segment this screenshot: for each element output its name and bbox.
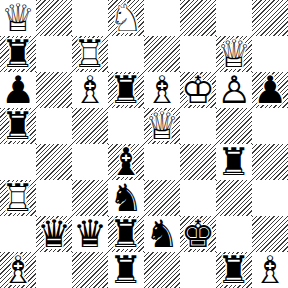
- square-b1[interactable]: [36, 252, 72, 288]
- piece-white-bishop[interactable]: ♗: [144, 72, 180, 108]
- square-g1[interactable]: ♜♜: [216, 252, 252, 288]
- square-a5[interactable]: ♜♜: [0, 108, 36, 144]
- square-c7[interactable]: ♜♖: [72, 36, 108, 72]
- square-e2[interactable]: ♞♞: [144, 216, 180, 252]
- square-d1[interactable]: ♜♜: [108, 252, 144, 288]
- square-h2[interactable]: [252, 216, 288, 252]
- square-b3[interactable]: [36, 180, 72, 216]
- piece-black-knight[interactable]: ♞: [108, 180, 144, 216]
- square-a4[interactable]: [0, 144, 36, 180]
- piece-black-rook[interactable]: ♜: [108, 216, 144, 252]
- piece-black-queen[interactable]: ♛: [72, 216, 108, 252]
- piece-white-knight[interactable]: ♘: [108, 0, 144, 36]
- square-f3[interactable]: [180, 180, 216, 216]
- piece-black-rook[interactable]: ♜: [216, 144, 252, 180]
- square-b7[interactable]: [36, 36, 72, 72]
- square-c8[interactable]: [72, 0, 108, 36]
- square-g2[interactable]: [216, 216, 252, 252]
- square-b5[interactable]: [36, 108, 72, 144]
- square-f5[interactable]: [180, 108, 216, 144]
- square-e5[interactable]: ♛♕: [144, 108, 180, 144]
- piece-black-knight[interactable]: ♞: [144, 216, 180, 252]
- piece-black-rook[interactable]: ♜: [0, 36, 36, 72]
- piece-white-pawn[interactable]: ♙: [216, 72, 252, 108]
- square-f8[interactable]: [180, 0, 216, 36]
- square-f4[interactable]: [180, 144, 216, 180]
- piece-white-bishop[interactable]: ♗: [252, 252, 288, 288]
- square-g5[interactable]: [216, 108, 252, 144]
- square-e7[interactable]: [144, 36, 180, 72]
- square-d3[interactable]: ♞♞: [108, 180, 144, 216]
- piece-white-bishop[interactable]: ♗: [0, 252, 36, 288]
- square-f7[interactable]: [180, 36, 216, 72]
- square-f2[interactable]: ♚♚: [180, 216, 216, 252]
- square-d7[interactable]: [108, 36, 144, 72]
- square-c3[interactable]: [72, 180, 108, 216]
- square-e8[interactable]: [144, 0, 180, 36]
- square-c4[interactable]: [72, 144, 108, 180]
- square-a6[interactable]: ♟♟: [0, 72, 36, 108]
- square-a1[interactable]: ♝♗: [0, 252, 36, 288]
- square-c2[interactable]: ♛♛: [72, 216, 108, 252]
- piece-white-queen[interactable]: ♕: [144, 108, 180, 144]
- piece-white-king[interactable]: ♔: [180, 72, 216, 108]
- square-a3[interactable]: ♜♖: [0, 180, 36, 216]
- square-f6[interactable]: ♚♔: [180, 72, 216, 108]
- square-b8[interactable]: [36, 0, 72, 36]
- square-e3[interactable]: [144, 180, 180, 216]
- square-f1[interactable]: [180, 252, 216, 288]
- square-h7[interactable]: [252, 36, 288, 72]
- square-b2[interactable]: ♛♛: [36, 216, 72, 252]
- square-c5[interactable]: [72, 108, 108, 144]
- square-c6[interactable]: ♝♗: [72, 72, 108, 108]
- square-g3[interactable]: [216, 180, 252, 216]
- piece-white-queen[interactable]: ♕: [0, 0, 36, 36]
- square-e4[interactable]: [144, 144, 180, 180]
- square-d8[interactable]: ♞♘: [108, 0, 144, 36]
- square-g6[interactable]: ♟♙: [216, 72, 252, 108]
- square-e6[interactable]: ♝♗: [144, 72, 180, 108]
- square-a7[interactable]: ♜♜: [0, 36, 36, 72]
- square-h8[interactable]: [252, 0, 288, 36]
- square-b6[interactable]: [36, 72, 72, 108]
- square-a8[interactable]: ♛♕: [0, 0, 36, 36]
- square-e1[interactable]: [144, 252, 180, 288]
- square-g8[interactable]: [216, 0, 252, 36]
- piece-black-rook[interactable]: ♜: [0, 108, 36, 144]
- square-h6[interactable]: ♟♟: [252, 72, 288, 108]
- square-g7[interactable]: ♛♕: [216, 36, 252, 72]
- piece-white-queen[interactable]: ♕: [216, 36, 252, 72]
- square-a2[interactable]: [0, 216, 36, 252]
- piece-black-queen[interactable]: ♛: [36, 216, 72, 252]
- piece-black-rook[interactable]: ♜: [216, 252, 252, 288]
- piece-black-king[interactable]: ♚: [180, 216, 216, 252]
- piece-black-bishop[interactable]: ♝: [108, 144, 144, 180]
- square-d5[interactable]: [108, 108, 144, 144]
- square-h5[interactable]: [252, 108, 288, 144]
- square-h3[interactable]: [252, 180, 288, 216]
- chess-board: ♛♕♞♘♜♜♜♖♛♕♟♟♝♗♜♜♝♗♚♔♟♙♟♟♜♜♛♕♝♝♜♜♜♖♞♞♛♛♛♛…: [0, 0, 288, 288]
- square-d6[interactable]: ♜♜: [108, 72, 144, 108]
- square-h1[interactable]: ♝♗: [252, 252, 288, 288]
- piece-white-rook[interactable]: ♖: [0, 180, 36, 216]
- piece-black-pawn[interactable]: ♟: [252, 72, 288, 108]
- square-g4[interactable]: ♜♜: [216, 144, 252, 180]
- square-b4[interactable]: [36, 144, 72, 180]
- piece-black-rook[interactable]: ♜: [108, 252, 144, 288]
- piece-black-pawn[interactable]: ♟: [0, 72, 36, 108]
- piece-white-bishop[interactable]: ♗: [72, 72, 108, 108]
- square-h4[interactable]: [252, 144, 288, 180]
- piece-black-rook[interactable]: ♜: [108, 72, 144, 108]
- square-d4[interactable]: ♝♝: [108, 144, 144, 180]
- piece-white-rook[interactable]: ♖: [72, 36, 108, 72]
- square-d2[interactable]: ♜♜: [108, 216, 144, 252]
- square-c1[interactable]: [72, 252, 108, 288]
